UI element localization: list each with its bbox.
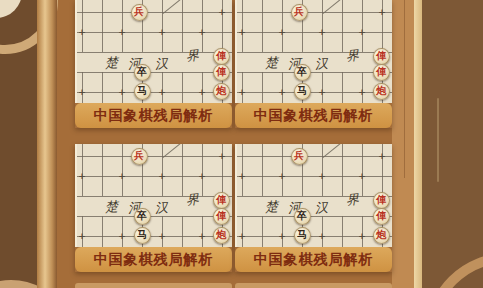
piece-black-soldier: 卒 bbox=[294, 208, 311, 225]
piece-red-cannon: 炮 bbox=[213, 83, 230, 100]
star-point-marker: + bbox=[118, 28, 127, 37]
board-grid-line bbox=[102, 72, 103, 103]
board-grid-line bbox=[342, 216, 343, 247]
piece-black-soldier: 卒 bbox=[294, 64, 311, 81]
river-text-char: 汉 bbox=[154, 199, 168, 218]
board-grid-line bbox=[77, 216, 232, 217]
river-text-char: 界 bbox=[185, 47, 199, 66]
wood-grain-dash bbox=[437, 98, 439, 182]
board-grid-line bbox=[237, 32, 392, 33]
puzzle-card[interactable]: +++++++++楚河汉界兵俥卒俥马炮 中国象棋残局解析 bbox=[235, 144, 392, 272]
star-point-marker: + bbox=[158, 232, 167, 241]
piece-red-chariot: 俥 bbox=[213, 48, 230, 65]
star-point-marker: + bbox=[198, 88, 207, 97]
board-grid-line bbox=[242, 144, 243, 196]
star-point-marker: + bbox=[278, 28, 287, 37]
piece-black-horse: 马 bbox=[134, 227, 151, 244]
star-point-marker: + bbox=[118, 232, 127, 241]
board-grid-line bbox=[342, 144, 343, 196]
star-point-marker: + bbox=[118, 172, 127, 181]
next-row-card-peek[interactable] bbox=[75, 283, 232, 288]
card-caption-label: 中国象棋残局解析 bbox=[254, 251, 374, 267]
river-text-char: 汉 bbox=[314, 55, 328, 74]
board-grid-line bbox=[262, 144, 263, 196]
board-grid-line bbox=[77, 32, 232, 33]
piece-black-horse: 马 bbox=[294, 83, 311, 100]
board-grid-line bbox=[77, 12, 232, 13]
star-point-marker: + bbox=[198, 28, 207, 37]
star-point-marker: + bbox=[78, 88, 87, 97]
star-point-marker: + bbox=[378, 152, 387, 161]
star-point-marker: + bbox=[278, 232, 287, 241]
board-grid-line bbox=[237, 52, 392, 53]
piece-black-horse: 马 bbox=[294, 227, 311, 244]
piece-red-chariot: 俥 bbox=[373, 64, 390, 81]
board-grid-line bbox=[237, 12, 392, 13]
piece-black-soldier: 卒 bbox=[134, 64, 151, 81]
river-text-char: 楚 bbox=[264, 54, 278, 73]
star-point-marker: + bbox=[78, 28, 87, 37]
star-point-marker: + bbox=[238, 172, 247, 181]
board-grid-line bbox=[102, 216, 103, 247]
board-grid-line bbox=[102, 0, 103, 52]
star-point-marker: + bbox=[378, 8, 387, 17]
board-grid-line bbox=[82, 0, 83, 52]
puzzle-card[interactable]: +++++++++楚河汉界兵俥卒俥马炮 中国象棋残局解析 bbox=[75, 144, 232, 272]
wood-panel-right-inner bbox=[392, 0, 414, 288]
board-grid-line bbox=[322, 0, 323, 52]
river-text-char: 界 bbox=[345, 191, 359, 210]
puzzle-card[interactable]: +++++++++楚河汉界兵俥卒俥马炮 中国象棋残局解析 bbox=[235, 0, 392, 128]
xiangqi-board-thumbnail: +++++++++楚河汉界兵俥卒俥马炮 bbox=[75, 144, 232, 247]
board-grid-line bbox=[282, 144, 283, 196]
piece-black-soldier: 卒 bbox=[134, 208, 151, 225]
star-point-marker: + bbox=[198, 172, 207, 181]
card-caption: 中国象棋残局解析 bbox=[75, 103, 232, 128]
river-text-char: 汉 bbox=[154, 55, 168, 74]
star-point-marker: + bbox=[358, 88, 367, 97]
star-point-marker: + bbox=[318, 88, 327, 97]
star-point-marker: + bbox=[318, 232, 327, 241]
star-point-marker: + bbox=[218, 8, 227, 17]
puzzle-card[interactable]: +++++++++楚河汉界兵俥卒俥马炮 中国象棋残局解析 bbox=[75, 0, 232, 128]
board-grid-line bbox=[77, 196, 232, 197]
river-text-char: 楚 bbox=[264, 198, 278, 217]
board-grid-line bbox=[182, 72, 183, 103]
star-point-marker: + bbox=[238, 232, 247, 241]
piece-red-soldier: 兵 bbox=[291, 148, 308, 165]
board-grid-line bbox=[282, 0, 283, 52]
river-text-char: 界 bbox=[345, 47, 359, 66]
star-point-marker: + bbox=[198, 232, 207, 241]
star-point-marker: + bbox=[78, 232, 87, 241]
card-caption: 中国象棋残局解析 bbox=[75, 247, 232, 272]
board-grid-line bbox=[322, 144, 323, 196]
board-grid-line bbox=[77, 176, 232, 177]
wood-panel-right bbox=[422, 0, 483, 288]
board-grid-line bbox=[237, 176, 392, 177]
star-point-marker: + bbox=[218, 152, 227, 161]
piece-red-chariot: 俥 bbox=[373, 208, 390, 225]
board-grid-line bbox=[237, 156, 392, 157]
board-grid-line bbox=[202, 0, 203, 52]
board-grid-line bbox=[122, 0, 123, 52]
board-grid-line bbox=[182, 0, 183, 52]
wood-plank-left bbox=[37, 0, 57, 288]
star-point-marker: + bbox=[318, 28, 327, 37]
board-grid-line bbox=[237, 236, 392, 237]
piece-red-soldier: 兵 bbox=[291, 4, 308, 21]
xiangqi-board-thumbnail: +++++++++楚河汉界兵俥卒俥马炮 bbox=[235, 144, 392, 247]
board-grid-line bbox=[82, 144, 83, 196]
board-grid-line bbox=[237, 196, 392, 197]
board-grid-line bbox=[202, 144, 203, 196]
star-point-marker: + bbox=[158, 28, 167, 37]
piece-red-chariot: 俥 bbox=[373, 192, 390, 209]
piece-red-soldier: 兵 bbox=[131, 4, 148, 21]
card-caption-label: 中国象棋残局解析 bbox=[94, 107, 214, 123]
next-row-card-peek[interactable] bbox=[235, 283, 392, 288]
board-grid-line bbox=[262, 72, 263, 103]
card-caption: 中国象棋残局解析 bbox=[235, 103, 392, 128]
board-grid-line bbox=[162, 0, 163, 52]
board-grid-line bbox=[77, 156, 232, 157]
piece-red-chariot: 俥 bbox=[373, 48, 390, 65]
app-screen: +++++++++楚河汉界兵俥卒俥马炮 中国象棋残局解析 +++++++++楚河… bbox=[0, 0, 483, 288]
piece-black-horse: 马 bbox=[134, 83, 151, 100]
star-point-marker: + bbox=[238, 88, 247, 97]
card-caption: 中国象棋残局解析 bbox=[235, 247, 392, 272]
star-point-marker: + bbox=[158, 88, 167, 97]
star-point-marker: + bbox=[158, 172, 167, 181]
piece-red-soldier: 兵 bbox=[131, 148, 148, 165]
piece-red-chariot: 俥 bbox=[213, 208, 230, 225]
board-grid-line bbox=[342, 72, 343, 103]
star-point-marker: + bbox=[278, 172, 287, 181]
board-grid-line bbox=[77, 92, 232, 93]
star-point-marker: + bbox=[318, 172, 327, 181]
board-grid-line bbox=[262, 0, 263, 52]
star-point-marker: + bbox=[358, 172, 367, 181]
star-point-marker: + bbox=[118, 88, 127, 97]
star-point-marker: + bbox=[78, 172, 87, 181]
star-point-marker: + bbox=[278, 88, 287, 97]
board-grid-line bbox=[242, 0, 243, 52]
river-text-char: 界 bbox=[185, 191, 199, 210]
board-grid-line bbox=[237, 216, 392, 217]
board-grid-line bbox=[237, 92, 392, 93]
card-caption-label: 中国象棋残局解析 bbox=[94, 251, 214, 267]
wood-grain-line bbox=[404, 0, 405, 178]
xiangqi-board-thumbnail: +++++++++楚河汉界兵俥卒俥马炮 bbox=[75, 0, 232, 103]
board-grid-line bbox=[342, 0, 343, 52]
board-grid-line bbox=[262, 216, 263, 247]
card-caption-label: 中国象棋残局解析 bbox=[254, 107, 374, 123]
star-point-marker: + bbox=[358, 28, 367, 37]
board-grid-line bbox=[122, 144, 123, 196]
xiangqi-board-thumbnail: +++++++++楚河汉界兵俥卒俥马炮 bbox=[235, 0, 392, 103]
river-text-char: 楚 bbox=[104, 198, 118, 217]
star-point-marker: + bbox=[358, 232, 367, 241]
river-text-char: 楚 bbox=[104, 54, 118, 73]
board-grid-line bbox=[102, 144, 103, 196]
board-grid-line bbox=[182, 144, 183, 196]
wood-highlight-strip bbox=[414, 0, 422, 288]
board-grid-line bbox=[77, 72, 232, 73]
piece-red-chariot: 俥 bbox=[213, 192, 230, 209]
board-grid-line bbox=[77, 236, 232, 237]
board-grid-line bbox=[237, 72, 392, 73]
piece-red-cannon: 炮 bbox=[373, 83, 390, 100]
board-grid-line bbox=[362, 144, 363, 196]
star-point-marker: + bbox=[238, 28, 247, 37]
river-text-char: 汉 bbox=[314, 199, 328, 218]
board-grid-line bbox=[77, 52, 232, 53]
piece-red-cannon: 炮 bbox=[213, 227, 230, 244]
piece-red-cannon: 炮 bbox=[373, 227, 390, 244]
board-grid-line bbox=[362, 0, 363, 52]
piece-red-chariot: 俥 bbox=[213, 64, 230, 81]
board-grid-line bbox=[182, 216, 183, 247]
board-grid-line bbox=[162, 144, 163, 196]
